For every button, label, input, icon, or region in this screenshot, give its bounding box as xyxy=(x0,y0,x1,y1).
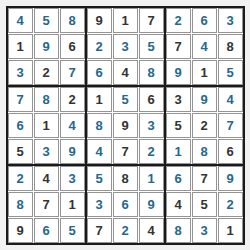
sudoku-cell-r8c7-given[interactable]: 4 xyxy=(166,192,191,217)
sudoku-cell-r2c7-given[interactable]: 7 xyxy=(166,34,191,59)
sudoku-cell-r4c3-given[interactable]: 2 xyxy=(60,87,85,112)
sudoku-cell-r7c4-solved[interactable]: 5 xyxy=(87,166,112,191)
sudoku-cell-r6c5-given[interactable]: 7 xyxy=(113,139,138,164)
sudoku-box-8: 581369724 xyxy=(87,166,164,243)
sudoku-cell-r5c5-given[interactable]: 9 xyxy=(113,113,138,138)
sudoku-cell-r2c3-given[interactable]: 6 xyxy=(60,34,85,59)
sudoku-cell-r3c8-given[interactable]: 1 xyxy=(192,60,217,85)
sudoku-cell-r5c6-solved[interactable]: 3 xyxy=(139,113,164,138)
sudoku-cell-r2c8-solved[interactable]: 4 xyxy=(192,34,217,59)
sudoku-cell-r5c3-solved[interactable]: 4 xyxy=(60,113,85,138)
sudoku-cell-r3c4-solved[interactable]: 6 xyxy=(87,60,112,85)
sudoku-cell-r6c2-solved[interactable]: 3 xyxy=(34,139,59,164)
sudoku-cell-r3c7-solved[interactable]: 9 xyxy=(166,60,191,85)
sudoku-cell-r4c1-solved[interactable]: 7 xyxy=(8,87,33,112)
sudoku-cell-r6c9-given[interactable]: 6 xyxy=(218,139,243,164)
sudoku-cell-r8c4-solved[interactable]: 3 xyxy=(87,192,112,217)
sudoku-cell-r7c2-given[interactable]: 4 xyxy=(34,166,59,191)
sudoku-cell-r6c7-solved[interactable]: 1 xyxy=(166,139,191,164)
sudoku-cell-r6c4-solved[interactable]: 4 xyxy=(87,139,112,164)
sudoku-cell-r1c2-solved[interactable]: 5 xyxy=(34,8,59,33)
sudoku-cell-r4c5-solved[interactable]: 5 xyxy=(113,87,138,112)
sudoku-cell-r3c3-solved[interactable]: 7 xyxy=(60,60,85,85)
sudoku-cell-r8c1-solved[interactable]: 8 xyxy=(8,192,33,217)
sudoku-cell-r5c2-given[interactable]: 1 xyxy=(34,113,59,138)
sudoku-cell-r1c5-given[interactable]: 1 xyxy=(113,8,138,33)
sudoku-cell-r3c5-given[interactable]: 4 xyxy=(113,60,138,85)
sudoku-cell-r2c9-given[interactable]: 8 xyxy=(218,34,243,59)
sudoku-cell-r1c4-given[interactable]: 9 xyxy=(87,8,112,33)
sudoku-cell-r1c7-solved[interactable]: 2 xyxy=(166,8,191,33)
sudoku-cell-r7c6-solved[interactable]: 1 xyxy=(139,166,164,191)
sudoku-cell-r8c2-given[interactable]: 7 xyxy=(34,192,59,217)
sudoku-box-7: 243871965 xyxy=(8,166,85,243)
sudoku-cell-r8c8-given[interactable]: 5 xyxy=(192,192,217,217)
sudoku-cell-r1c6-given[interactable]: 7 xyxy=(139,8,164,33)
sudoku-cell-r4c6-given[interactable]: 6 xyxy=(139,87,164,112)
sudoku-cell-r7c5-given[interactable]: 8 xyxy=(113,166,138,191)
sudoku-box-6: 394527186 xyxy=(166,87,243,164)
sudoku-box-5: 156893472 xyxy=(87,87,164,164)
sudoku-cell-r9c5-solved[interactable]: 2 xyxy=(113,218,138,243)
sudoku-cell-r5c7-given[interactable]: 5 xyxy=(166,113,191,138)
sudoku-cell-r2c1-given[interactable]: 1 xyxy=(8,34,33,59)
sudoku-cell-r4c9-solved[interactable]: 4 xyxy=(218,87,243,112)
sudoku-cell-r9c1-given[interactable]: 9 xyxy=(8,218,33,243)
sudoku-cell-r8c5-solved[interactable]: 6 xyxy=(113,192,138,217)
sudoku-cell-r3c2-given[interactable]: 2 xyxy=(34,60,59,85)
sudoku-cell-r2c4-solved[interactable]: 2 xyxy=(87,34,112,59)
sudoku-cell-r9c7-solved[interactable]: 8 xyxy=(166,218,191,243)
sudoku-cell-r5c4-solved[interactable]: 8 xyxy=(87,113,112,138)
sudoku-cell-r6c6-solved[interactable]: 2 xyxy=(139,139,164,164)
sudoku-box-1: 458196327 xyxy=(8,8,85,85)
sudoku-cell-r4c2-solved[interactable]: 8 xyxy=(34,87,59,112)
sudoku-cell-r4c7-given[interactable]: 3 xyxy=(166,87,191,112)
sudoku-cell-r3c9-solved[interactable]: 5 xyxy=(218,60,243,85)
sudoku-cell-r3c6-solved[interactable]: 8 xyxy=(139,60,164,85)
sudoku-box-2: 917235648 xyxy=(87,8,164,85)
sudoku-cell-r9c9-given[interactable]: 1 xyxy=(218,218,243,243)
sudoku-cell-r2c6-solved[interactable]: 5 xyxy=(139,34,164,59)
sudoku-cell-r6c1-given[interactable]: 5 xyxy=(8,139,33,164)
sudoku-cell-r2c5-solved[interactable]: 3 xyxy=(113,34,138,59)
sudoku-cell-r3c1-solved[interactable]: 3 xyxy=(8,60,33,85)
sudoku-cell-r5c9-solved[interactable]: 7 xyxy=(218,113,243,138)
sudoku-cell-r9c3-solved[interactable]: 5 xyxy=(60,218,85,243)
sudoku-cell-r6c8-solved[interactable]: 8 xyxy=(192,139,217,164)
sudoku-cell-r6c3-solved[interactable]: 9 xyxy=(60,139,85,164)
sudoku-cell-r5c8-given[interactable]: 2 xyxy=(192,113,217,138)
sudoku-cell-r7c1-solved[interactable]: 2 xyxy=(8,166,33,191)
sudoku-cell-r7c8-given[interactable]: 7 xyxy=(192,166,217,191)
sudoku-cell-r7c3-solved[interactable]: 3 xyxy=(60,166,85,191)
sudoku-cell-r8c3-given[interactable]: 1 xyxy=(60,192,85,217)
sudoku-box-9: 679452831 xyxy=(166,166,243,243)
sudoku-cell-r1c9-solved[interactable]: 3 xyxy=(218,8,243,33)
sudoku-cell-r7c7-solved[interactable]: 6 xyxy=(166,166,191,191)
sudoku-cell-r7c9-solved[interactable]: 9 xyxy=(218,166,243,191)
sudoku-cell-r4c4-given[interactable]: 1 xyxy=(87,87,112,112)
sudoku-board: 4581963279172356482637489157826145391568… xyxy=(6,6,245,245)
sudoku-cell-r9c2-solved[interactable]: 6 xyxy=(34,218,59,243)
sudoku-cell-r8c9-solved[interactable]: 2 xyxy=(218,192,243,217)
sudoku-cell-r2c2-solved[interactable]: 9 xyxy=(34,34,59,59)
sudoku-cell-r1c3-solved[interactable]: 8 xyxy=(60,8,85,33)
sudoku-box-4: 782614539 xyxy=(8,87,85,164)
sudoku-cell-r9c8-solved[interactable]: 3 xyxy=(192,218,217,243)
sudoku-cell-r1c1-solved[interactable]: 4 xyxy=(8,8,33,33)
sudoku-cell-r9c6-given[interactable]: 4 xyxy=(139,218,164,243)
sudoku-cell-r4c8-solved[interactable]: 9 xyxy=(192,87,217,112)
sudoku-cell-r9c4-given[interactable]: 7 xyxy=(87,218,112,243)
sudoku-cell-r8c6-solved[interactable]: 9 xyxy=(139,192,164,217)
sudoku-box-3: 263748915 xyxy=(166,8,243,85)
sudoku-cell-r5c1-solved[interactable]: 6 xyxy=(8,113,33,138)
sudoku-cell-r1c8-solved[interactable]: 6 xyxy=(192,8,217,33)
